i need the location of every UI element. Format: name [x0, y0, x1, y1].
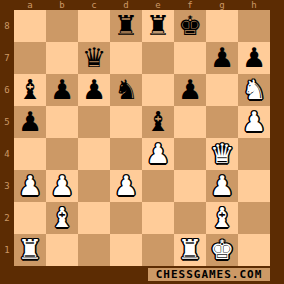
square-d8[interactable]: ♜	[110, 10, 142, 42]
square-b4[interactable]	[46, 138, 78, 170]
white-pawn-icon: ♟	[50, 170, 74, 202]
square-c2[interactable]	[78, 202, 110, 234]
square-f1[interactable]: ♜	[174, 234, 206, 266]
square-b1[interactable]	[46, 234, 78, 266]
square-h1[interactable]	[238, 234, 270, 266]
white-queen-icon: ♛	[210, 138, 234, 170]
square-h2[interactable]	[238, 202, 270, 234]
file-label-b: b	[46, 0, 78, 10]
rank-label-1: 1	[0, 234, 14, 266]
black-queen-icon: ♛	[82, 42, 106, 74]
square-e2[interactable]	[142, 202, 174, 234]
square-f8[interactable]: ♚	[174, 10, 206, 42]
file-label-a: a	[14, 0, 46, 10]
black-pawn-icon: ♟	[210, 42, 234, 74]
white-knight-icon: ♞	[242, 74, 266, 106]
file-label-h: h	[238, 0, 270, 10]
square-c3[interactable]	[78, 170, 110, 202]
square-a6[interactable]: ♝	[14, 74, 46, 106]
square-c5[interactable]	[78, 106, 110, 138]
square-f2[interactable]	[174, 202, 206, 234]
square-f4[interactable]	[174, 138, 206, 170]
rank-label-7: 7	[0, 42, 14, 74]
file-label-e: e	[142, 0, 174, 10]
file-label-f: f	[174, 0, 206, 10]
rank-label-3: 3	[0, 170, 14, 202]
square-h5[interactable]: ♟	[238, 106, 270, 138]
rank-label-5: 5	[0, 106, 14, 138]
square-g7[interactable]: ♟	[206, 42, 238, 74]
square-c1[interactable]	[78, 234, 110, 266]
square-e3[interactable]	[142, 170, 174, 202]
square-b3[interactable]: ♟	[46, 170, 78, 202]
rank-label-2: 2	[0, 202, 14, 234]
black-pawn-icon: ♟	[242, 42, 266, 74]
square-d4[interactable]	[110, 138, 142, 170]
white-pawn-icon: ♟	[114, 170, 138, 202]
square-d1[interactable]	[110, 234, 142, 266]
square-g6[interactable]	[206, 74, 238, 106]
square-d2[interactable]	[110, 202, 142, 234]
square-e5[interactable]: ♝	[142, 106, 174, 138]
board-grid: ♜♜♚♛♟♟♝♟♟♞♟♞♟♝♟♟♛♟♟♟♟♝♝♜♜♚	[14, 10, 270, 266]
square-f5[interactable]	[174, 106, 206, 138]
square-f7[interactable]	[174, 42, 206, 74]
square-a3[interactable]: ♟	[14, 170, 46, 202]
rank-label-8: 8	[0, 10, 14, 42]
white-king-icon: ♚	[210, 234, 234, 266]
white-rook-icon: ♜	[18, 234, 42, 266]
white-pawn-icon: ♟	[18, 170, 42, 202]
black-rook-icon: ♜	[114, 10, 138, 42]
square-b2[interactable]: ♝	[46, 202, 78, 234]
square-h3[interactable]	[238, 170, 270, 202]
square-b6[interactable]: ♟	[46, 74, 78, 106]
square-c6[interactable]: ♟	[78, 74, 110, 106]
square-f6[interactable]: ♟	[174, 74, 206, 106]
chessgames-watermark[interactable]: CHESSGAMES.COM	[148, 268, 270, 281]
square-e6[interactable]	[142, 74, 174, 106]
black-pawn-icon: ♟	[18, 106, 42, 138]
square-a8[interactable]	[14, 10, 46, 42]
square-g3[interactable]: ♟	[206, 170, 238, 202]
file-labels: abcdefgh	[14, 0, 270, 10]
square-d7[interactable]	[110, 42, 142, 74]
black-bishop-icon: ♝	[18, 74, 42, 106]
square-c8[interactable]	[78, 10, 110, 42]
square-e1[interactable]	[142, 234, 174, 266]
square-g2[interactable]: ♝	[206, 202, 238, 234]
square-a1[interactable]: ♜	[14, 234, 46, 266]
square-b5[interactable]	[46, 106, 78, 138]
file-label-d: d	[110, 0, 142, 10]
square-a2[interactable]	[14, 202, 46, 234]
white-rook-icon: ♜	[178, 234, 202, 266]
square-d5[interactable]	[110, 106, 142, 138]
file-label-g: g	[206, 0, 238, 10]
black-bishop-icon: ♝	[146, 106, 170, 138]
square-g4[interactable]: ♛	[206, 138, 238, 170]
square-e4[interactable]: ♟	[142, 138, 174, 170]
file-label-c: c	[78, 0, 110, 10]
black-rook-icon: ♜	[146, 10, 170, 42]
square-e7[interactable]	[142, 42, 174, 74]
white-pawn-icon: ♟	[242, 106, 266, 138]
rank-label-6: 6	[0, 74, 14, 106]
square-e8[interactable]: ♜	[142, 10, 174, 42]
square-g5[interactable]	[206, 106, 238, 138]
square-h4[interactable]	[238, 138, 270, 170]
square-a5[interactable]: ♟	[14, 106, 46, 138]
square-f3[interactable]	[174, 170, 206, 202]
rank-label-4: 4	[0, 138, 14, 170]
chess-board-frame: abcdefgh 87654321 ♜♜♚♛♟♟♝♟♟♞♟♞♟♝♟♟♛♟♟♟♟♝…	[0, 0, 284, 284]
black-knight-icon: ♞	[114, 74, 138, 106]
white-bishop-icon: ♝	[50, 202, 74, 234]
black-pawn-icon: ♟	[50, 74, 74, 106]
white-pawn-icon: ♟	[146, 138, 170, 170]
black-pawn-icon: ♟	[82, 74, 106, 106]
white-pawn-icon: ♟	[210, 170, 234, 202]
square-h7[interactable]: ♟	[238, 42, 270, 74]
square-c7[interactable]: ♛	[78, 42, 110, 74]
square-h6[interactable]: ♞	[238, 74, 270, 106]
square-b7[interactable]	[46, 42, 78, 74]
white-bishop-icon: ♝	[210, 202, 234, 234]
square-d3[interactable]: ♟	[110, 170, 142, 202]
square-a7[interactable]	[14, 42, 46, 74]
square-a4[interactable]	[14, 138, 46, 170]
square-g1[interactable]: ♚	[206, 234, 238, 266]
square-h8[interactable]	[238, 10, 270, 42]
square-d6[interactable]: ♞	[110, 74, 142, 106]
square-g8[interactable]	[206, 10, 238, 42]
square-b8[interactable]	[46, 10, 78, 42]
black-pawn-icon: ♟	[178, 74, 202, 106]
rank-labels: 87654321	[0, 10, 14, 266]
black-king-icon: ♚	[178, 10, 202, 42]
square-c4[interactable]	[78, 138, 110, 170]
